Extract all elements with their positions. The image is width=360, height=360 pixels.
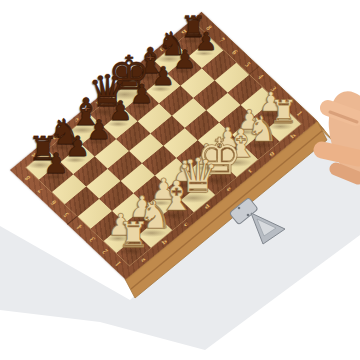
index-finger	[322, 150, 358, 158]
chess-set-photo: aabbccddeeffgghh8765432187654321 ♜♟♞♟♝♟♚…	[0, 0, 360, 360]
hand	[319, 85, 360, 192]
middle-finger	[336, 169, 358, 178]
hand-layer	[0, 0, 360, 360]
